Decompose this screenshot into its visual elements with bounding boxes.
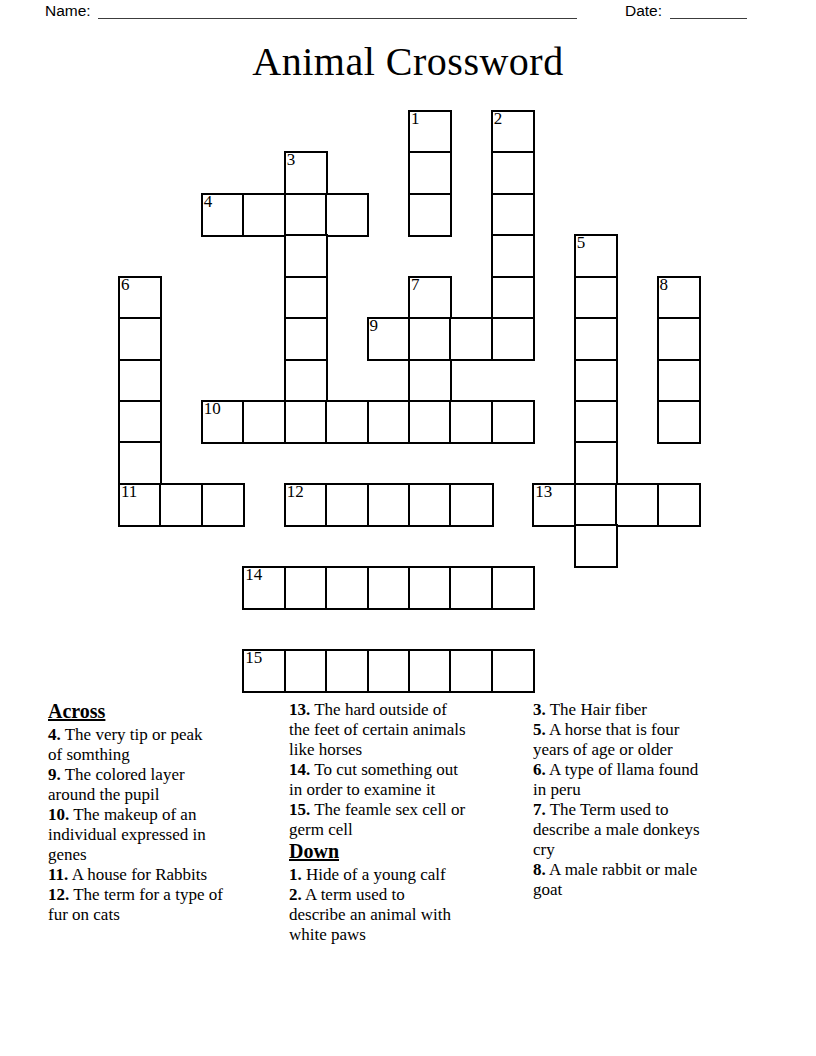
clue-text: The very tip or peak of somthing bbox=[48, 725, 203, 764]
grid-cell-11-4[interactable] bbox=[284, 566, 328, 610]
clue-down-6: 6. A type of llama found in peru bbox=[533, 760, 749, 800]
grid-cell-13-3[interactable]: 15 bbox=[242, 649, 286, 693]
clue-number: 13. bbox=[289, 700, 310, 719]
grid-cell-11-9[interactable] bbox=[491, 566, 535, 610]
grid-cell-6-0[interactable] bbox=[118, 359, 162, 403]
grid-cell-2-4[interactable] bbox=[284, 193, 328, 237]
grid-cell-10-11[interactable] bbox=[574, 524, 618, 568]
grid-cell-7-7[interactable] bbox=[408, 400, 452, 444]
grid-cell-5-13[interactable] bbox=[657, 317, 701, 361]
clue-text: The Hair fiber bbox=[550, 700, 647, 719]
clue-number: 3. bbox=[533, 700, 546, 719]
grid-cell-4-11[interactable] bbox=[574, 276, 618, 320]
cell-number-10: 10 bbox=[204, 400, 221, 417]
clue-number: 6. bbox=[533, 760, 546, 779]
clue-across-4: 4. The very tip or peak of somthing bbox=[48, 725, 284, 765]
grid-cell-4-9[interactable] bbox=[491, 276, 535, 320]
grid-cell-3-4[interactable] bbox=[284, 234, 328, 278]
clues-column-2: 13. The hard outside of the feet of cert… bbox=[289, 700, 529, 945]
clue-text: The colored layer around the pupil bbox=[48, 765, 185, 804]
grid-cell-5-6[interactable]: 9 bbox=[367, 317, 411, 361]
grid-cell-1-4[interactable]: 3 bbox=[284, 151, 328, 195]
grid-cell-9-12[interactable] bbox=[615, 483, 659, 527]
grid-cell-7-11[interactable] bbox=[574, 400, 618, 444]
grid-cell-4-4[interactable] bbox=[284, 276, 328, 320]
grid-cell-7-13[interactable] bbox=[657, 400, 701, 444]
clue-down-7: 7. The Term used to describe a male donk… bbox=[533, 800, 749, 860]
grid-cell-9-8[interactable] bbox=[449, 483, 493, 527]
grid-cell-3-11[interactable]: 5 bbox=[574, 234, 618, 278]
across-heading: Across bbox=[48, 700, 284, 723]
grid-cell-11-7[interactable] bbox=[408, 566, 452, 610]
clue-text: A male rabbit or male goat bbox=[533, 860, 697, 899]
grid-cell-11-5[interactable] bbox=[325, 566, 369, 610]
clue-text: The feamle sex cell or germ cell bbox=[289, 800, 465, 839]
clue-down-2: 2. A term used to describe an animal wit… bbox=[289, 885, 529, 945]
grid-cell-7-2[interactable]: 10 bbox=[201, 400, 245, 444]
grid-cell-13-4[interactable] bbox=[284, 649, 328, 693]
grid-cell-0-7[interactable]: 1 bbox=[408, 110, 452, 154]
clue-across-15: 15. The feamle sex cell or germ cell bbox=[289, 800, 529, 840]
clue-across-13: 13. The hard outside of the feet of cert… bbox=[289, 700, 529, 760]
name-fill-line[interactable] bbox=[98, 0, 577, 19]
clue-number: 12. bbox=[48, 885, 69, 904]
clue-number: 1. bbox=[289, 865, 302, 884]
grid-cell-6-11[interactable] bbox=[574, 359, 618, 403]
name-label: Name: bbox=[45, 2, 91, 20]
clue-number: 5. bbox=[533, 720, 546, 739]
grid-cell-7-4[interactable] bbox=[284, 400, 328, 444]
grid-cell-5-11[interactable] bbox=[574, 317, 618, 361]
grid-cell-7-5[interactable] bbox=[325, 400, 369, 444]
crossword-grid: 123456789101112131415 bbox=[118, 110, 701, 693]
clue-text: The hard outside of the feet of certain … bbox=[289, 700, 466, 759]
grid-cell-9-11[interactable] bbox=[574, 483, 618, 527]
clue-across-11: 11. A house for Rabbits bbox=[48, 865, 284, 885]
cell-number-4: 4 bbox=[204, 193, 213, 210]
grid-cell-5-9[interactable] bbox=[491, 317, 535, 361]
grid-cell-2-7[interactable] bbox=[408, 193, 452, 237]
grid-cell-13-6[interactable] bbox=[367, 649, 411, 693]
grid-cell-11-3[interactable]: 14 bbox=[242, 566, 286, 610]
clue-text: A horse that is four years of age or old… bbox=[533, 720, 679, 759]
grid-cell-8-0[interactable] bbox=[118, 441, 162, 485]
clues-column-1: Across4. The very tip or peak of somthin… bbox=[48, 700, 284, 925]
grid-cell-9-6[interactable] bbox=[367, 483, 411, 527]
cell-number-14: 14 bbox=[245, 566, 262, 583]
grid-cell-9-10[interactable]: 13 bbox=[532, 483, 576, 527]
grid-cell-2-9[interactable] bbox=[491, 193, 535, 237]
grid-cell-9-0[interactable]: 11 bbox=[118, 483, 162, 527]
clue-text: To cut something out in order to examine… bbox=[289, 760, 458, 799]
grid-cell-3-9[interactable] bbox=[491, 234, 535, 278]
grid-cell-0-9[interactable]: 2 bbox=[491, 110, 535, 154]
worksheet-page: Name: Date: Animal Crossword 12345678910… bbox=[0, 0, 816, 1056]
clue-number: 8. bbox=[533, 860, 546, 879]
clue-across-12: 12. The term for a type of fur on cats bbox=[48, 885, 284, 925]
clue-text: A term used to describe an animal with w… bbox=[289, 885, 451, 944]
clue-number: 14. bbox=[289, 760, 310, 779]
grid-cell-13-5[interactable] bbox=[325, 649, 369, 693]
clue-across-10: 10. The makeup of an individual expresse… bbox=[48, 805, 284, 865]
grid-cell-13-7[interactable] bbox=[408, 649, 452, 693]
grid-cell-6-4[interactable] bbox=[284, 359, 328, 403]
grid-cell-13-9[interactable] bbox=[491, 649, 535, 693]
grid-cell-11-8[interactable] bbox=[449, 566, 493, 610]
cell-number-1: 1 bbox=[411, 110, 420, 127]
clue-number: 11. bbox=[48, 865, 68, 884]
cell-number-3: 3 bbox=[287, 151, 296, 168]
clue-down-1: 1. Hide of a young calf bbox=[289, 865, 529, 885]
cell-number-5: 5 bbox=[577, 234, 586, 251]
clue-number: 4. bbox=[48, 725, 61, 744]
cell-number-6: 6 bbox=[121, 276, 130, 293]
clue-text: Hide of a young calf bbox=[306, 865, 446, 884]
cell-number-7: 7 bbox=[411, 276, 420, 293]
grid-cell-2-3[interactable] bbox=[242, 193, 286, 237]
grid-cell-6-7[interactable] bbox=[408, 359, 452, 403]
clue-down-5: 5. A horse that is four years of age or … bbox=[533, 720, 749, 760]
grid-cell-7-0[interactable] bbox=[118, 400, 162, 444]
clue-down-8: 8. A male rabbit or male goat bbox=[533, 860, 749, 900]
clue-number: 9. bbox=[48, 765, 61, 784]
grid-cell-7-8[interactable] bbox=[449, 400, 493, 444]
grid-cell-7-9[interactable] bbox=[491, 400, 535, 444]
cell-number-12: 12 bbox=[287, 483, 304, 500]
grid-cell-5-4[interactable] bbox=[284, 317, 328, 361]
grid-cell-9-7[interactable] bbox=[408, 483, 452, 527]
page-title: Animal Crossword bbox=[0, 42, 816, 82]
clue-across-14: 14. To cut something out in order to exa… bbox=[289, 760, 529, 800]
cell-number-8: 8 bbox=[660, 276, 669, 293]
date-label: Date: bbox=[625, 2, 662, 20]
down-heading: Down bbox=[289, 840, 529, 863]
clue-number: 15. bbox=[289, 800, 310, 819]
grid-cell-1-7[interactable] bbox=[408, 151, 452, 195]
clue-text: The Term used to describe a male donkeys… bbox=[533, 800, 700, 859]
grid-cell-13-8[interactable] bbox=[449, 649, 493, 693]
grid-cell-5-8[interactable] bbox=[449, 317, 493, 361]
grid-cell-11-6[interactable] bbox=[367, 566, 411, 610]
grid-cell-4-0[interactable]: 6 bbox=[118, 276, 162, 320]
grid-cell-7-3[interactable] bbox=[242, 400, 286, 444]
grid-cell-6-13[interactable] bbox=[657, 359, 701, 403]
grid-cell-8-11[interactable] bbox=[574, 441, 618, 485]
grid-cell-9-2[interactable] bbox=[201, 483, 245, 527]
grid-cell-4-13[interactable]: 8 bbox=[657, 276, 701, 320]
clue-down-3: 3. The Hair fiber bbox=[533, 700, 749, 720]
clues-column-3: 3. The Hair fiber5. A horse that is four… bbox=[533, 700, 749, 900]
grid-cell-5-7[interactable] bbox=[408, 317, 452, 361]
grid-cell-7-6[interactable] bbox=[367, 400, 411, 444]
clue-number: 2. bbox=[289, 885, 302, 904]
cell-number-9: 9 bbox=[370, 317, 379, 334]
date-fill-line[interactable] bbox=[670, 0, 747, 19]
grid-cell-5-0[interactable] bbox=[118, 317, 162, 361]
cell-number-15: 15 bbox=[245, 649, 262, 666]
name-date-bar: Name: Date: bbox=[0, 0, 816, 26]
clue-text: The makeup of an individual expressed in… bbox=[48, 805, 206, 864]
grid-cell-2-5[interactable] bbox=[325, 193, 369, 237]
grid-cell-2-2[interactable]: 4 bbox=[201, 193, 245, 237]
cell-number-13: 13 bbox=[535, 483, 552, 500]
clue-number: 7. bbox=[533, 800, 546, 819]
clue-text: A house for Rabbits bbox=[72, 865, 208, 884]
clue-text: The term for a type of fur on cats bbox=[48, 885, 223, 924]
clue-text: A type of llama found in peru bbox=[533, 760, 698, 799]
cell-number-11: 11 bbox=[121, 483, 137, 500]
grid-cell-1-9[interactable] bbox=[491, 151, 535, 195]
clue-number: 10. bbox=[48, 805, 69, 824]
grid-cell-9-1[interactable] bbox=[159, 483, 203, 527]
clue-across-9: 9. The colored layer around the pupil bbox=[48, 765, 284, 805]
grid-cell-9-4[interactable]: 12 bbox=[284, 483, 328, 527]
grid-cell-9-13[interactable] bbox=[657, 483, 701, 527]
grid-cell-9-5[interactable] bbox=[325, 483, 369, 527]
grid-cell-4-7[interactable]: 7 bbox=[408, 276, 452, 320]
cell-number-2: 2 bbox=[494, 110, 503, 127]
